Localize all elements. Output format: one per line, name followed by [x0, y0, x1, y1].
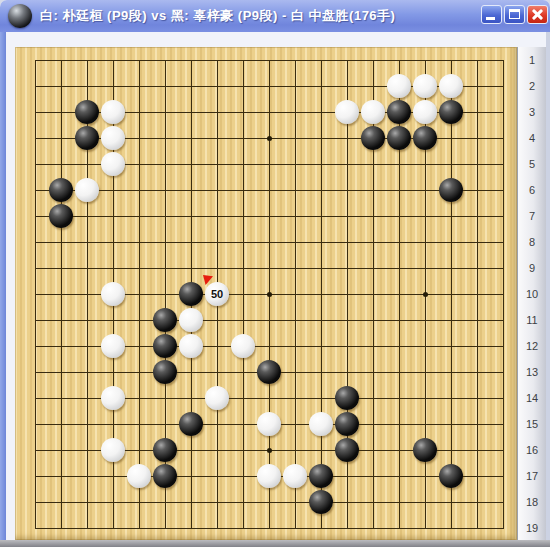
row-coordinate-label: 15 [518, 411, 546, 437]
row-coordinate-label: 16 [518, 437, 546, 463]
white-stone [309, 412, 333, 436]
window-controls [481, 5, 548, 24]
maximize-icon [509, 9, 520, 19]
black-stone [309, 490, 333, 514]
black-stone [49, 204, 73, 228]
window-left-border [0, 32, 6, 547]
row-coordinate-label: 17 [518, 463, 546, 489]
black-stone [439, 178, 463, 202]
black-stone [335, 412, 359, 436]
row-coordinate-label: 9 [518, 255, 546, 281]
row-coordinate-label: 8 [518, 229, 546, 255]
row-coordinate-label: 6 [518, 177, 546, 203]
minimize-icon [486, 17, 495, 20]
app-window: 白: 朴廷桓 (P9段) vs 黑: 辜梓豪 (P9段) - 白 中盘胜(176… [0, 0, 550, 547]
maximize-button[interactable] [504, 5, 525, 24]
white-stone [231, 334, 255, 358]
star-point [267, 292, 272, 297]
row-coordinate-label: 14 [518, 385, 546, 411]
white-stone [439, 74, 463, 98]
white-stone [413, 74, 437, 98]
black-stone [387, 126, 411, 150]
black-stone [179, 412, 203, 436]
star-point [423, 292, 428, 297]
black-stone [257, 360, 281, 384]
black-stone [413, 438, 437, 462]
white-stone [75, 178, 99, 202]
row-coordinate-label: 7 [518, 203, 546, 229]
go-board[interactable]: 50 [15, 47, 517, 540]
black-stone [153, 464, 177, 488]
white-stone [335, 100, 359, 124]
row-coordinate-label: 10 [518, 281, 546, 307]
black-stone [387, 100, 411, 124]
black-stone [309, 464, 333, 488]
white-stone [127, 464, 151, 488]
black-stone [153, 360, 177, 384]
black-stone [75, 126, 99, 150]
black-stone [153, 308, 177, 332]
white-stone [101, 334, 125, 358]
row-coordinate-label: 2 [518, 73, 546, 99]
black-stone [179, 282, 203, 306]
window-bottom-border [0, 540, 550, 547]
white-stone [101, 282, 125, 306]
white-stone [257, 412, 281, 436]
white-stone: 50 [205, 282, 229, 306]
white-stone [179, 334, 203, 358]
white-stone [179, 308, 203, 332]
white-stone [101, 438, 125, 462]
row-coordinate-label: 13 [518, 359, 546, 385]
black-stone [75, 100, 99, 124]
white-stone [283, 464, 307, 488]
row-coordinate-label: 1 [518, 47, 546, 73]
black-stone [49, 178, 73, 202]
white-stone [387, 74, 411, 98]
black-stone [439, 100, 463, 124]
minimize-button[interactable] [481, 5, 502, 24]
row-coordinate-label: 11 [518, 307, 546, 333]
black-stone [153, 334, 177, 358]
black-stone [335, 386, 359, 410]
white-stone [101, 386, 125, 410]
black-stone [413, 126, 437, 150]
black-stone [439, 464, 463, 488]
white-stone [257, 464, 281, 488]
white-stone [101, 100, 125, 124]
window-title: 白: 朴廷桓 (P9段) vs 黑: 辜梓豪 (P9段) - 白 中盘胜(176… [40, 0, 395, 32]
black-stone [335, 438, 359, 462]
white-stone [101, 152, 125, 176]
white-stone [205, 386, 229, 410]
move-number-label: 50 [205, 282, 229, 306]
row-coordinate-label: 19 [518, 515, 546, 541]
title-bar: 白: 朴廷桓 (P9段) vs 黑: 辜梓豪 (P9段) - 白 中盘胜(176… [0, 0, 550, 32]
row-coordinate-label: 3 [518, 99, 546, 125]
white-stone [361, 100, 385, 124]
row-coordinate-label: 5 [518, 151, 546, 177]
black-stone [153, 438, 177, 462]
black-stone [361, 126, 385, 150]
window-right-border [546, 32, 550, 547]
white-stone [413, 100, 437, 124]
star-point [267, 448, 272, 453]
white-stone [101, 126, 125, 150]
window-globe-icon[interactable] [8, 4, 32, 28]
row-coordinate-label: 4 [518, 125, 546, 151]
close-button[interactable] [527, 5, 548, 24]
star-point [267, 136, 272, 141]
coordinate-strip: 12345678910111213141516171819 [517, 47, 546, 540]
row-coordinate-label: 18 [518, 489, 546, 515]
row-coordinate-label: 12 [518, 333, 546, 359]
